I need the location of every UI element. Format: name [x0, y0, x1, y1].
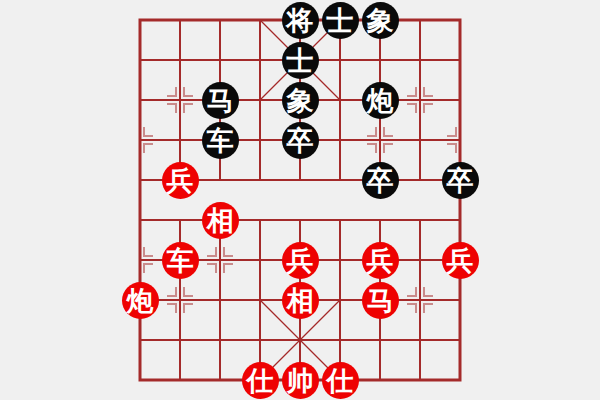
black-chariot[interactable]: 车	[202, 122, 239, 159]
red-advisor[interactable]: 仕	[242, 362, 279, 399]
black-advisor[interactable]: 士	[322, 2, 359, 39]
black-pawn[interactable]: 卒	[362, 162, 399, 199]
black-general[interactable]: 将	[282, 2, 319, 39]
black-pawn[interactable]: 卒	[442, 162, 479, 199]
red-general[interactable]: 帅	[282, 362, 319, 399]
red-elephant[interactable]: 相	[202, 202, 239, 239]
black-pawn[interactable]: 卒	[282, 122, 319, 159]
red-advisor[interactable]: 仕	[322, 362, 359, 399]
black-cannon[interactable]: 炮	[362, 82, 399, 119]
black-advisor[interactable]: 士	[282, 42, 319, 79]
black-horse[interactable]: 马	[202, 82, 239, 119]
red-elephant[interactable]: 相	[282, 282, 319, 319]
red-pawn[interactable]: 兵	[162, 162, 199, 199]
red-pawn[interactable]: 兵	[282, 242, 319, 279]
black-elephant[interactable]: 象	[362, 2, 399, 39]
red-chariot[interactable]: 车	[162, 242, 199, 279]
red-pawn[interactable]: 兵	[362, 242, 399, 279]
black-elephant[interactable]: 象	[282, 82, 319, 119]
pieces-layer: 将士象士马象炮车卒卒卒兵相车兵兵兵炮相马仕帅仕	[120, 0, 480, 400]
xiangqi-board: 将士象士马象炮车卒卒卒兵相车兵兵兵炮相马仕帅仕	[0, 0, 600, 400]
red-pawn[interactable]: 兵	[442, 242, 479, 279]
red-horse[interactable]: 马	[362, 282, 399, 319]
red-cannon[interactable]: 炮	[122, 282, 159, 319]
